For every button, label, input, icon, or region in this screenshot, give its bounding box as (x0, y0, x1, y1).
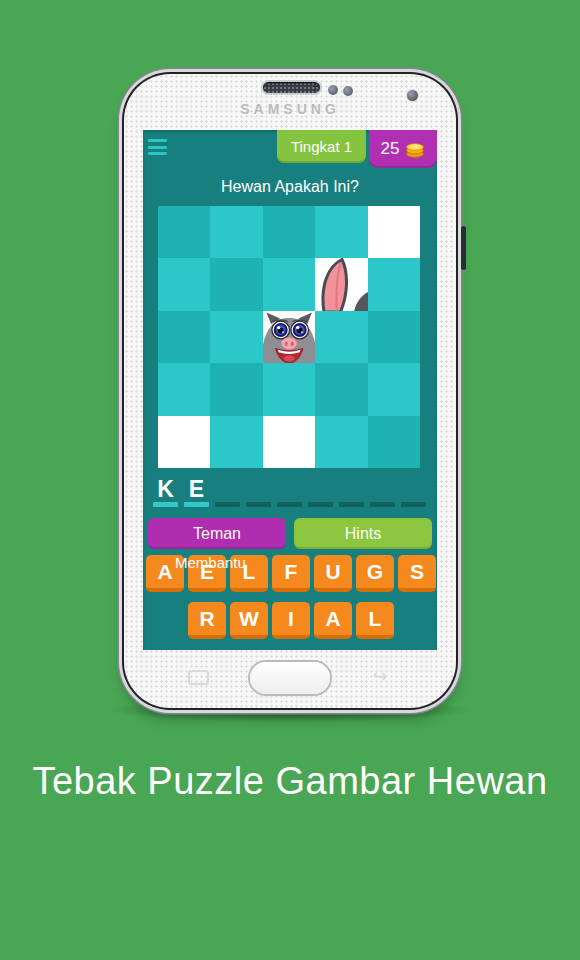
letter-tile-f-r1n4[interactable]: F (272, 555, 310, 592)
grid-cell-r5c4[interactable] (315, 416, 367, 468)
store-app-title: Tebak Puzzle Gambar Hewan (0, 760, 580, 803)
answer-slot-letter (401, 477, 426, 502)
grid-cell-r4c1[interactable] (158, 363, 210, 415)
light-sensor-icon (343, 86, 353, 96)
answer-slot-letter (277, 477, 302, 502)
answer-slot-underline (153, 502, 178, 507)
letter-tile-a-r2n4[interactable]: A (314, 602, 352, 639)
grid-cell-r1c2[interactable] (210, 206, 262, 258)
grid-cell-r1c3[interactable] (263, 206, 315, 258)
answer-slot-letter: K (153, 477, 178, 502)
grid-cell-r3c1[interactable] (158, 311, 210, 363)
letter-tile-l-r2n5[interactable]: L (356, 602, 394, 639)
letter-tile-w-r2n2[interactable]: W (230, 602, 268, 639)
phone-frame: SAMSUNG Tingkat 1 25 Hewan Apakah Ini? K… (124, 74, 456, 708)
grid-cell-r2c5[interactable] (368, 258, 420, 310)
bat-ear-image (315, 258, 367, 310)
proximity-sensor-icon (328, 85, 338, 95)
page: SAMSUNG Tingkat 1 25 Hewan Apakah Ini? K… (0, 0, 580, 960)
answer-slot-underline (215, 502, 240, 507)
friend-button[interactable]: Teman (148, 518, 286, 549)
grid-cell-r1c1[interactable] (158, 206, 210, 258)
letter-tile-i-r2n3[interactable]: I (272, 602, 310, 639)
answer-slot-letter (215, 477, 240, 502)
grid-cell-r5c1 (158, 416, 210, 468)
front-camera-icon (407, 90, 418, 101)
grid-cell-r2c3[interactable] (263, 258, 315, 310)
question-title: Hewan Apakah Ini? (143, 178, 437, 196)
answer-slot-4 (246, 477, 271, 507)
coin-stack-icon (405, 141, 425, 158)
answer-slot-underline (308, 502, 333, 507)
grid-cell-r4c2[interactable] (210, 363, 262, 415)
puzzle-grid (158, 206, 420, 468)
letter-tile-u-r1n5[interactable]: U (314, 555, 352, 592)
answer-slot-underline (370, 502, 395, 507)
grid-cell-r2c2[interactable] (210, 258, 262, 310)
grid-cell-r3c3 (263, 311, 315, 363)
letter-tile-s-r1n7[interactable]: S (398, 555, 436, 592)
grid-cell-r3c2[interactable] (210, 311, 262, 363)
answer-slot-3 (215, 477, 240, 507)
grid-cell-r4c3[interactable] (263, 363, 315, 415)
hamburger-menu-icon[interactable] (148, 139, 167, 159)
grid-cell-r4c5[interactable] (368, 363, 420, 415)
letter-bank-row-2: RWIAL (188, 602, 394, 639)
coin-count: 25 (381, 139, 400, 159)
recent-apps-key-icon[interactable] (188, 670, 209, 685)
answer-slot-underline (277, 502, 302, 507)
level-badge: Tingkat 1 (277, 130, 366, 163)
answer-slot-letter (339, 477, 364, 502)
back-key-icon[interactable]: ↩ (373, 666, 387, 687)
earpiece-speaker (263, 82, 320, 93)
answer-slot-8 (370, 477, 395, 507)
grid-cell-r5c2[interactable] (210, 416, 262, 468)
answer-slot-7 (339, 477, 364, 507)
grid-cell-r1c4[interactable] (315, 206, 367, 258)
answer-slots: KE (153, 477, 426, 507)
grid-cell-r5c5[interactable] (368, 416, 420, 468)
answer-slot-underline (184, 502, 209, 507)
answer-slot-underline (246, 502, 271, 507)
grid-cell-r2c4 (315, 258, 367, 310)
grid-cell-r1c5 (368, 206, 420, 258)
answer-slot-letter (370, 477, 395, 502)
answer-slot-5 (277, 477, 302, 507)
answer-slot-letter: E (184, 477, 209, 502)
home-button[interactable] (250, 662, 330, 694)
grid-cell-r3c4[interactable] (315, 311, 367, 363)
answer-slot-9 (401, 477, 426, 507)
letter-tile-r-r2n1[interactable]: R (188, 602, 226, 639)
answer-slot-letter (308, 477, 333, 502)
app-screen: Tingkat 1 25 Hewan Apakah Ini? KE Teman … (143, 130, 437, 650)
grid-cell-r2c1[interactable] (158, 258, 210, 310)
answer-slot-6 (308, 477, 333, 507)
answer-slot-1[interactable]: K (153, 477, 178, 507)
hints-button[interactable]: Hints (294, 518, 432, 549)
coin-counter[interactable]: 25 (369, 130, 437, 168)
letter-tile-g-r1n6[interactable]: G (356, 555, 394, 592)
helper-caption: Membantu (175, 554, 246, 571)
grid-cell-r3c5[interactable] (368, 311, 420, 363)
answer-slot-underline (401, 502, 426, 507)
bat-face-image (263, 311, 315, 363)
grid-cell-r5c3 (263, 416, 315, 468)
phone-brand-logo: SAMSUNG (124, 101, 456, 117)
grid-cell-r4c4[interactable] (315, 363, 367, 415)
answer-slot-letter (246, 477, 271, 502)
answer-slot-2[interactable]: E (184, 477, 209, 507)
answer-slot-underline (339, 502, 364, 507)
